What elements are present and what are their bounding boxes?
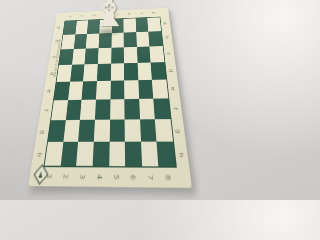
square-c8[interactable] xyxy=(150,46,165,62)
coord-label: 6 xyxy=(128,166,141,190)
square-d8[interactable] xyxy=(151,62,166,80)
brand-logo-diamond-icon: ♟ xyxy=(33,163,48,184)
square-h6[interactable] xyxy=(125,142,142,167)
square-a8[interactable] xyxy=(148,17,162,31)
square-g3[interactable] xyxy=(78,120,95,142)
square-g8[interactable] xyxy=(155,119,173,142)
square-d3[interactable] xyxy=(83,64,97,81)
square-b7[interactable] xyxy=(136,32,150,47)
square-f7[interactable] xyxy=(139,99,155,120)
square-e4[interactable] xyxy=(96,81,111,100)
brand-logo: ♟ xyxy=(32,163,48,182)
coord-label: 5 xyxy=(111,165,123,189)
square-a7[interactable] xyxy=(135,18,148,32)
square-d4[interactable] xyxy=(97,64,111,81)
square-c4[interactable] xyxy=(98,48,111,64)
square-f6[interactable] xyxy=(124,99,139,120)
square-h4[interactable] xyxy=(92,142,109,166)
square-d5[interactable] xyxy=(110,63,124,81)
background-cloth: 12345678 12345678 abcdefgh abcdefgh WHOL… xyxy=(0,0,200,200)
pawn-icon: ♟ xyxy=(37,170,43,178)
square-d6[interactable] xyxy=(124,63,138,81)
square-h7[interactable] xyxy=(141,142,159,167)
square-c5[interactable] xyxy=(111,47,124,63)
square-c7[interactable] xyxy=(137,46,151,62)
square-e3[interactable] xyxy=(82,81,97,100)
board-field xyxy=(43,17,176,168)
square-e6[interactable] xyxy=(124,80,139,99)
square-h5[interactable] xyxy=(109,142,125,166)
coord-label: 8 xyxy=(162,166,177,190)
square-g6[interactable] xyxy=(125,119,141,141)
square-b8[interactable] xyxy=(149,31,163,46)
square-e7[interactable] xyxy=(138,80,153,99)
square-c3[interactable] xyxy=(85,48,99,64)
square-e5[interactable] xyxy=(110,80,124,99)
square-g5[interactable] xyxy=(109,119,125,141)
square-f4[interactable] xyxy=(95,99,110,119)
coord-label: 2 xyxy=(60,165,74,188)
square-f3[interactable] xyxy=(80,100,96,120)
coord-label: 7 xyxy=(145,166,159,190)
coord-label: 4 xyxy=(94,165,107,189)
coords-bottom: 12345678 xyxy=(41,168,179,186)
coord-label: 3 xyxy=(76,165,89,188)
square-f5[interactable] xyxy=(110,99,125,119)
square-c6[interactable] xyxy=(124,47,138,63)
square-g7[interactable] xyxy=(140,119,157,141)
white-bishop-piece[interactable]: ♝ xyxy=(91,0,121,36)
square-f8[interactable] xyxy=(154,98,171,119)
square-d7[interactable] xyxy=(137,63,152,81)
square-e8[interactable] xyxy=(152,80,168,99)
square-h3[interactable] xyxy=(76,142,93,166)
square-h8[interactable] xyxy=(157,142,176,167)
square-g4[interactable] xyxy=(94,120,110,142)
